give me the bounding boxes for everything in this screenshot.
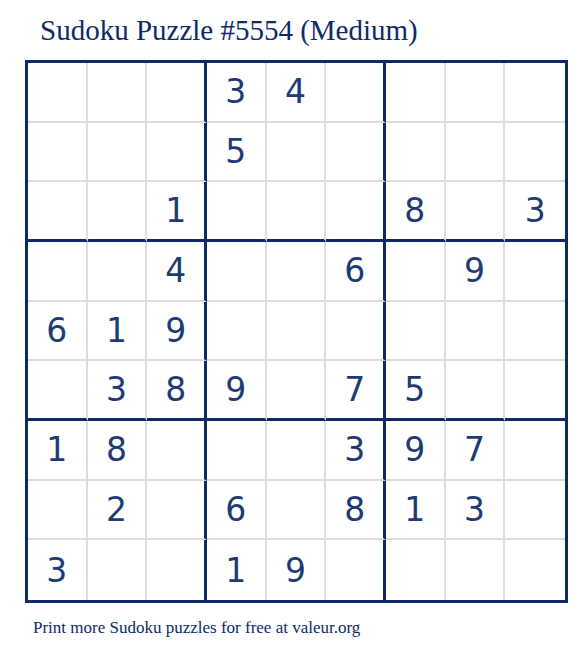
cell-r7c3: [147, 421, 207, 481]
cell-r5c1: 6: [28, 302, 88, 362]
cell-r8c6: 8: [326, 481, 386, 541]
cell-r1c9: [505, 63, 565, 123]
cell-r7c9: [505, 421, 565, 481]
sudoku-page: Sudoku Puzzle #5554 (Medium) 34518346961…: [0, 0, 574, 651]
cell-r5c4: [207, 302, 267, 362]
cell-r3c9: 3: [505, 182, 565, 242]
cell-r7c4: [207, 421, 267, 481]
cell-r1c4: 3: [207, 63, 267, 123]
cell-r9c7: [386, 540, 446, 600]
cell-r2c8: [446, 123, 506, 183]
cell-r9c8: [446, 540, 506, 600]
cell-r4c3: 4: [147, 242, 207, 302]
cell-r5c8: [446, 302, 506, 362]
page-title: Sudoku Puzzle #5554 (Medium): [40, 14, 418, 47]
cell-r2c2: [88, 123, 148, 183]
cell-r1c8: [446, 63, 506, 123]
cell-r9c4: 1: [207, 540, 267, 600]
cell-r3c2: [88, 182, 148, 242]
cell-r1c7: [386, 63, 446, 123]
cell-r8c2: 2: [88, 481, 148, 541]
cell-r5c7: [386, 302, 446, 362]
cell-r3c7: 8: [386, 182, 446, 242]
cell-r2c6: [326, 123, 386, 183]
cell-r4c9: [505, 242, 565, 302]
cell-r4c5: [267, 242, 327, 302]
cell-r5c5: [267, 302, 327, 362]
cell-r2c9: [505, 123, 565, 183]
cell-r3c5: [267, 182, 327, 242]
cell-r1c5: 4: [267, 63, 327, 123]
cell-r4c2: [88, 242, 148, 302]
cell-r1c1: [28, 63, 88, 123]
cell-r2c1: [28, 123, 88, 183]
cell-r5c9: [505, 302, 565, 362]
cell-r9c1: 3: [28, 540, 88, 600]
cell-r6c1: [28, 361, 88, 421]
cell-r4c8: 9: [446, 242, 506, 302]
cell-r7c7: 9: [386, 421, 446, 481]
cell-r3c1: [28, 182, 88, 242]
cell-r3c4: [207, 182, 267, 242]
cell-r4c1: [28, 242, 88, 302]
cell-r1c2: [88, 63, 148, 123]
cell-r6c5: [267, 361, 327, 421]
cell-r5c3: 9: [147, 302, 207, 362]
cell-r6c4: 9: [207, 361, 267, 421]
cell-r8c7: 1: [386, 481, 446, 541]
cell-r6c3: 8: [147, 361, 207, 421]
cell-r8c8: 3: [446, 481, 506, 541]
cell-r6c6: 7: [326, 361, 386, 421]
cell-r9c3: [147, 540, 207, 600]
cell-r7c5: [267, 421, 327, 481]
cell-r3c8: [446, 182, 506, 242]
cell-r6c2: 3: [88, 361, 148, 421]
cell-r6c7: 5: [386, 361, 446, 421]
cell-r8c3: [147, 481, 207, 541]
cell-r7c1: 1: [28, 421, 88, 481]
cell-r2c3: [147, 123, 207, 183]
cell-r4c7: [386, 242, 446, 302]
cell-r5c6: [326, 302, 386, 362]
cell-r2c4: 5: [207, 123, 267, 183]
cell-r4c6: 6: [326, 242, 386, 302]
cell-r9c2: [88, 540, 148, 600]
footer-text: Print more Sudoku puzzles for free at va…: [33, 618, 360, 638]
cell-r5c2: 1: [88, 302, 148, 362]
cell-r8c5: [267, 481, 327, 541]
cell-r2c5: [267, 123, 327, 183]
cell-r3c3: 1: [147, 182, 207, 242]
sudoku-grid: 345183469619389751839726813319: [25, 60, 568, 603]
cell-r1c3: [147, 63, 207, 123]
cell-r9c9: [505, 540, 565, 600]
cell-r4c4: [207, 242, 267, 302]
cell-r3c6: [326, 182, 386, 242]
cell-r8c1: [28, 481, 88, 541]
cell-r9c5: 9: [267, 540, 327, 600]
cell-r7c2: 8: [88, 421, 148, 481]
cell-r1c6: [326, 63, 386, 123]
cell-r6c8: [446, 361, 506, 421]
cell-r8c9: [505, 481, 565, 541]
cell-r8c4: 6: [207, 481, 267, 541]
cell-r6c9: [505, 361, 565, 421]
cell-r2c7: [386, 123, 446, 183]
cell-r7c8: 7: [446, 421, 506, 481]
cell-r7c6: 3: [326, 421, 386, 481]
cell-r9c6: [326, 540, 386, 600]
